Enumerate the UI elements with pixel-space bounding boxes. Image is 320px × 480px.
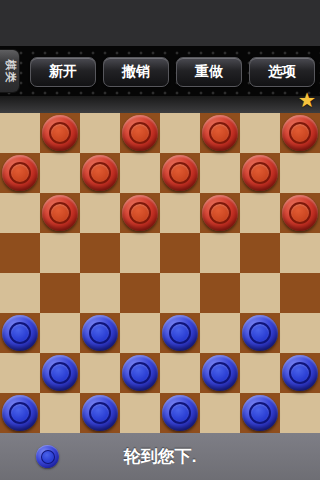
turn-status-bar: 轮到您下. [0,433,320,480]
board-square[interactable] [120,193,160,233]
red-piece[interactable] [202,195,238,231]
board-square[interactable] [280,393,320,433]
board-square[interactable] [240,353,280,393]
board-square[interactable] [120,153,160,193]
board-square[interactable] [0,353,40,393]
red-piece[interactable] [202,115,238,151]
turn-indicator-piece-icon [36,445,59,468]
board-square[interactable] [120,393,160,433]
blue-piece[interactable] [162,315,198,351]
board-square[interactable] [280,153,320,193]
board-square[interactable] [0,113,40,153]
board-square[interactable] [40,273,80,313]
board-square[interactable] [80,313,120,353]
blue-piece[interactable] [202,355,238,391]
shelf-strip: ★ [0,96,320,113]
board-square[interactable] [280,193,320,233]
board-square[interactable] [200,393,240,433]
games-category-tab-label: 棋类 [2,59,17,83]
board-square[interactable] [160,153,200,193]
blue-piece[interactable] [242,395,278,431]
red-piece[interactable] [82,155,118,191]
board-square[interactable] [40,153,80,193]
board-square[interactable] [120,273,160,313]
board-square[interactable] [280,353,320,393]
board-square[interactable] [200,313,240,353]
board-square[interactable] [200,153,240,193]
board-square[interactable] [160,393,200,433]
red-piece[interactable] [282,115,318,151]
board-square[interactable] [160,273,200,313]
board-square[interactable] [40,193,80,233]
status-bar [0,0,320,46]
games-category-tab[interactable]: 棋类 [0,49,20,93]
board-square[interactable] [200,113,240,153]
board-square[interactable] [40,233,80,273]
red-piece[interactable] [42,115,78,151]
blue-piece[interactable] [2,315,38,351]
board-square[interactable] [200,353,240,393]
redo-button[interactable]: 重做 [176,57,242,87]
board-square[interactable] [120,113,160,153]
undo-button[interactable]: 撤销 [103,57,169,87]
checkers-board [0,113,320,433]
board-square[interactable] [240,273,280,313]
board-square[interactable] [240,313,280,353]
board-square[interactable] [0,193,40,233]
board-square[interactable] [0,313,40,353]
blue-piece[interactable] [42,355,78,391]
board-square[interactable] [160,233,200,273]
board-square[interactable] [40,393,80,433]
toolbar-buttons: 新开 撤销 重做 选项 [30,57,315,87]
board-square[interactable] [280,233,320,273]
board-square[interactable] [240,233,280,273]
board-square[interactable] [80,353,120,393]
board-square[interactable] [0,153,40,193]
board-square[interactable] [0,233,40,273]
options-button[interactable]: 选项 [249,57,315,87]
board-square[interactable] [240,193,280,233]
blue-piece[interactable] [2,395,38,431]
board-square[interactable] [200,193,240,233]
blue-piece[interactable] [82,315,118,351]
red-piece[interactable] [2,155,38,191]
board-square[interactable] [80,153,120,193]
red-piece[interactable] [122,115,158,151]
blue-piece[interactable] [82,395,118,431]
board-square[interactable] [40,313,80,353]
board-square[interactable] [280,273,320,313]
favorite-star-icon[interactable]: ★ [298,90,316,110]
board-square[interactable] [80,193,120,233]
board-square[interactable] [40,113,80,153]
red-piece[interactable] [282,195,318,231]
board-square[interactable] [120,353,160,393]
board-square[interactable] [40,353,80,393]
red-piece[interactable] [162,155,198,191]
board-square[interactable] [240,113,280,153]
board-square[interactable] [80,233,120,273]
board-square[interactable] [160,313,200,353]
board-square[interactable] [0,273,40,313]
board-square[interactable] [0,393,40,433]
board-square[interactable] [200,233,240,273]
board-square[interactable] [120,313,160,353]
board-square[interactable] [240,153,280,193]
board-square[interactable] [80,273,120,313]
blue-piece[interactable] [242,315,278,351]
red-piece[interactable] [122,195,158,231]
board-square[interactable] [160,353,200,393]
new-game-button[interactable]: 新开 [30,57,96,87]
board-square[interactable] [240,393,280,433]
blue-piece[interactable] [282,355,318,391]
board-square[interactable] [280,313,320,353]
board-square[interactable] [200,273,240,313]
board-square[interactable] [80,393,120,433]
board-square[interactable] [120,233,160,273]
toolbar: 棋类 新开 撤销 重做 选项 [0,46,320,96]
red-piece[interactable] [42,195,78,231]
board-square[interactable] [160,113,200,153]
board-square[interactable] [80,113,120,153]
board-square[interactable] [280,113,320,153]
red-piece[interactable] [242,155,278,191]
blue-piece[interactable] [122,355,158,391]
board-square[interactable] [160,193,200,233]
blue-piece[interactable] [162,395,198,431]
